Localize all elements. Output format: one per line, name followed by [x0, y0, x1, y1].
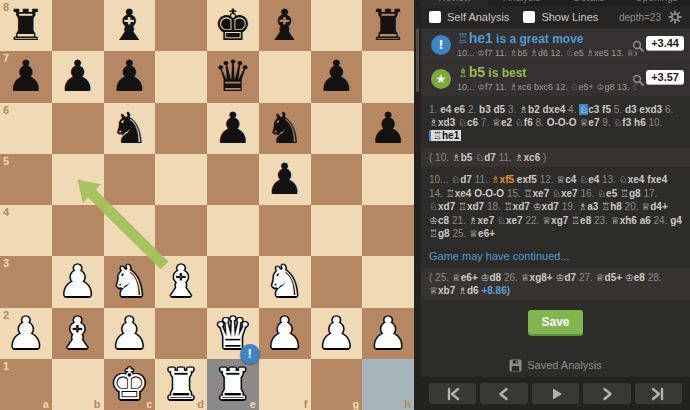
move-token[interactable]: ♕xb7	[429, 285, 455, 296]
square-d2[interactable]	[155, 308, 207, 359]
rank-label-5: 5	[3, 155, 9, 167]
tab-bar: Review Analysis Details Openings	[421, 0, 690, 6]
exclamation-icon: !	[431, 35, 451, 55]
move-token[interactable]: ♘e5	[597, 188, 617, 199]
square-g8[interactable]	[311, 0, 363, 51]
square-e7[interactable]: ♛	[207, 51, 259, 102]
square-g1[interactable]: g	[311, 359, 363, 410]
square-h2[interactable]: ♟	[362, 308, 414, 359]
move-token: 20.	[625, 201, 639, 212]
square-b1[interactable]: b	[52, 359, 104, 410]
square-a4[interactable]: 4	[0, 205, 52, 256]
file-label-a: a	[43, 398, 49, 410]
move-token[interactable]: g4	[670, 215, 682, 226]
square-h1[interactable]: h	[362, 359, 414, 410]
move-token: 23.	[594, 215, 608, 226]
move-token[interactable]: c3	[588, 104, 599, 115]
move-token: 12.	[540, 174, 554, 185]
move-token[interactable]: ♖xd7	[504, 201, 530, 212]
move-token[interactable]: ♖xe7	[524, 188, 550, 199]
square-f7[interactable]	[259, 51, 311, 102]
file-label-d: d	[197, 398, 204, 410]
square-a5[interactable]: 5	[0, 154, 52, 205]
move-token: 21.	[452, 215, 466, 226]
depth-indicator: depth=23	[619, 12, 661, 23]
tab-details[interactable]: Details	[556, 0, 623, 6]
move-token[interactable]: ♕d5+	[596, 272, 622, 283]
black-rook[interactable]: ♜	[362, 0, 414, 51]
black-knight[interactable]: ♞	[104, 103, 156, 154]
move-token[interactable]: ♘xd7	[429, 201, 455, 212]
white-pawn[interactable]: ♟	[104, 308, 156, 359]
square-e5[interactable]	[207, 154, 259, 205]
move-token[interactable]: ♘xe7	[497, 215, 523, 226]
square-h3[interactable]	[362, 256, 414, 307]
rank-label-4: 4	[3, 206, 9, 218]
square-f8[interactable]: ♝	[259, 0, 311, 51]
move-token[interactable]: ♔d8	[481, 272, 502, 283]
magnifier-icon[interactable]	[632, 40, 644, 52]
rank-label-8: 8	[3, 1, 9, 13]
play-button[interactable]	[532, 383, 579, 404]
move-token: 5.	[614, 104, 622, 115]
move-token: 24.	[654, 215, 668, 226]
square-a3[interactable]: 3	[0, 256, 52, 307]
move-token[interactable]: ♗xe7	[469, 215, 495, 226]
black-pawn[interactable]: ♟	[362, 103, 414, 154]
saved-analysis: Saved Analysis	[421, 359, 690, 372]
move-token: 28.	[648, 272, 662, 283]
move-token[interactable]: ♖g8	[620, 188, 641, 199]
square-g3[interactable]	[311, 256, 363, 307]
file-label-c: c	[146, 398, 152, 410]
rank-label-6: 6	[3, 104, 9, 116]
move-token[interactable]: h6	[634, 117, 646, 128]
first-move-button[interactable]	[429, 383, 476, 404]
square-f1[interactable]: f	[259, 359, 311, 410]
move-token[interactable]: exd3	[639, 104, 662, 115]
rank-label-3: 3	[3, 257, 9, 269]
square-b8[interactable]	[52, 0, 104, 51]
square-h6[interactable]: ♟	[362, 103, 414, 154]
square-b2[interactable]: ♝	[52, 308, 104, 359]
move-token[interactable]: ♘f3	[613, 117, 631, 128]
square-d1[interactable]: d♜	[155, 359, 207, 410]
move-token[interactable]: ♘xe7	[552, 188, 578, 199]
move-token: 17.	[643, 188, 657, 199]
square-a6[interactable]: 6	[0, 103, 52, 154]
black-king[interactable]: ♚	[207, 0, 259, 51]
move-token: 9.	[602, 117, 610, 128]
rank-label-1: 1	[3, 360, 9, 372]
move-token[interactable]: ♔e8	[625, 272, 645, 283]
move-token: 7.	[481, 117, 489, 128]
move-token[interactable]: ♗xf5	[491, 174, 514, 185]
square-c7[interactable]: ♟	[104, 51, 156, 102]
move-token: 26.	[504, 272, 518, 283]
move-token[interactable]: ♔d7	[555, 272, 576, 283]
square-e3[interactable]	[207, 256, 259, 307]
move-token[interactable]: e6	[454, 104, 465, 115]
white-knight[interactable]: ♞	[259, 256, 311, 307]
move-token: 8.	[536, 117, 544, 128]
move-token[interactable]: ♖h8	[601, 201, 622, 212]
move-token: 19.	[562, 201, 576, 212]
continuation-paren-line: ( 25. ♕e6+ ♔d8 26. ♕xg8+ ♔d7 27. ♕d5+ ♔e…	[421, 268, 690, 300]
move-token[interactable]: ♕c4	[556, 174, 576, 185]
game-continued-link[interactable]: Game may have continued...	[421, 243, 690, 266]
variation-paren-line: ( 10. ♗b5 ♘d7 11. ♗xc6 )	[421, 148, 690, 167]
move-list: 1. e4 e6 2. b3 d5 3. ♗b2 dxe4 4. ♘c3 f5 …	[421, 96, 690, 146]
move-token[interactable]: ♘f6	[515, 117, 533, 128]
move-token: 10.	[649, 117, 663, 128]
square-d7[interactable]	[155, 51, 207, 102]
move-token: 3.	[508, 104, 516, 115]
black-pawn[interactable]: ♟	[311, 51, 363, 102]
move-token[interactable]: d5	[494, 104, 506, 115]
move-token[interactable]: ♖he1	[429, 130, 461, 141]
move-token: 11.	[499, 152, 512, 163]
next-move-button[interactable]	[583, 383, 630, 404]
file-label-b: b	[94, 398, 101, 410]
square-c8[interactable]: ♝	[104, 0, 156, 51]
move-token[interactable]: b3	[479, 104, 491, 115]
square-a7[interactable]: 7♟	[0, 51, 52, 102]
move-token[interactable]: O-O-O	[547, 117, 577, 128]
move-token[interactable]: ♗b2	[519, 104, 540, 115]
scrollbar-thumb[interactable]	[416, 28, 419, 92]
move-token[interactable]: ♖xd7	[458, 201, 484, 212]
square-g4[interactable]	[311, 205, 363, 256]
move-token[interactable]: ♗a3	[578, 201, 598, 212]
move-token: ( 25.	[429, 272, 449, 283]
file-label-g: g	[353, 398, 360, 410]
move-token: 16.	[580, 188, 594, 199]
move-token[interactable]: ♖g8	[429, 228, 450, 239]
move-token: 27.	[579, 272, 593, 283]
square-d6[interactable]	[155, 103, 207, 154]
analysis-panel: Review Analysis Details Openings Self An…	[421, 0, 690, 410]
square-g6[interactable]	[311, 103, 363, 154]
move-token[interactable]: ♕xg8+	[521, 272, 553, 283]
black-bishop[interactable]: ♝	[259, 0, 311, 51]
eval-badge: +3.44	[646, 36, 684, 51]
square-a2[interactable]: 2♟	[0, 308, 52, 359]
tab-analysis[interactable]: Analysis	[488, 0, 555, 6]
move-token: 2.	[468, 104, 476, 115]
move-token[interactable]: ♕e2	[492, 117, 512, 128]
move-token: 1.	[429, 104, 437, 115]
square-f5[interactable]: ♟	[259, 154, 311, 205]
move-token[interactable]: ♘	[579, 104, 588, 115]
file-label-f: f	[304, 398, 308, 410]
black-bishop[interactable]: ♝	[104, 0, 156, 51]
engine-pv-line: 10... ♔f7 11. ♗xc6 bxc6 12. ♘e5+ ♔g8 13.…	[457, 82, 637, 92]
rank-label-7: 7	[3, 52, 9, 64]
square-h4[interactable]	[362, 205, 414, 256]
move-token[interactable]: ♘e4	[579, 174, 599, 185]
square-d4[interactable]	[155, 205, 207, 256]
move-token[interactable]: ♕e7	[579, 117, 599, 128]
square-h7[interactable]	[362, 51, 414, 102]
move-token: 14.	[429, 188, 443, 199]
black-knight[interactable]: ♞	[259, 103, 311, 154]
move-token[interactable]: ♗b5	[452, 152, 473, 163]
save-button[interactable]: Save	[528, 310, 582, 334]
square-g2[interactable]: ♟	[311, 308, 363, 359]
show-lines-label: Show Lines	[541, 11, 598, 23]
square-a8[interactable]: 8♜	[0, 0, 52, 51]
move-token[interactable]: d3	[625, 104, 637, 115]
square-a1[interactable]: 1a	[0, 359, 52, 410]
white-bishop[interactable]: ♝	[52, 308, 104, 359]
rank-label-2: 2	[3, 309, 9, 321]
move-token[interactable]: fxe4	[647, 174, 667, 185]
scrollbar-gutter	[414, 0, 421, 410]
move-token[interactable]: ♕e6+	[452, 272, 478, 283]
move-token[interactable]: ♕xh6	[611, 215, 637, 226]
move-token[interactable]: ♔xd7	[533, 201, 559, 212]
engine-line-great-move[interactable]: ! ♖he1 is a great move 10... ♔f7 11. ♗b5…	[421, 29, 690, 62]
move-token[interactable]: ♕xg7	[542, 215, 568, 226]
square-g5[interactable]	[311, 154, 363, 205]
magnifier-icon[interactable]	[632, 74, 644, 86]
engine-line-best-move[interactable]: ★ ♗b5 is best 10... ♔f7 11. ♗xc6 bxc6 12…	[421, 63, 690, 96]
analysis-controls: Self Analysis Show Lines depth=23	[421, 6, 690, 28]
square-e8[interactable]: ♚	[207, 0, 259, 51]
move-token: 18.	[487, 201, 501, 212]
square-b5[interactable]	[52, 154, 104, 205]
move-token[interactable]: f5	[602, 104, 611, 115]
move-token[interactable]: ♗xd3	[429, 117, 455, 128]
move-token: )	[543, 152, 546, 163]
move-token[interactable]: O-O-O	[474, 188, 504, 199]
chess-board: 8♜♝♚♝♜7♟♟♟♛♟6♞♟♞♟5♟43♟♞♝♞2♟♝♟♛♟♟♟1abc♚d♜…	[0, 0, 414, 410]
move-token[interactable]: exf5	[517, 174, 537, 185]
square-c5[interactable]	[104, 154, 156, 205]
black-pawn[interactable]: ♟	[52, 51, 104, 102]
square-b6[interactable]	[52, 103, 104, 154]
white-bishop[interactable]: ♝	[155, 256, 207, 307]
move-token: 6.	[665, 104, 673, 115]
file-label-h: h	[404, 398, 411, 410]
tab-review[interactable]: Review	[421, 0, 488, 6]
square-e4[interactable]	[207, 205, 259, 256]
square-b4[interactable]	[52, 205, 104, 256]
square-f2[interactable]: ♟	[259, 308, 311, 359]
square-c1[interactable]: c♚	[104, 359, 156, 410]
move-token: 11.	[475, 174, 488, 185]
square-d8[interactable]	[155, 0, 207, 51]
move-token[interactable]: ♕e6+	[469, 228, 495, 239]
square-d3[interactable]: ♝	[155, 256, 207, 307]
move-token[interactable]: a6	[640, 215, 651, 226]
move-token: 25.	[452, 228, 466, 239]
square-b3[interactable]: ♟	[52, 256, 104, 307]
move-token: 15.	[507, 188, 521, 199]
white-pawn[interactable]: ♟	[311, 308, 363, 359]
self-analysis-label: Self Analysis	[447, 11, 509, 23]
move-token[interactable]: ♕d4+	[641, 201, 667, 212]
file-label-e: e	[250, 398, 256, 410]
previous-move-button[interactable]	[480, 383, 527, 404]
move-token[interactable]: ♗xc6	[515, 152, 541, 163]
black-pawn[interactable]: ♟	[104, 51, 156, 102]
move-token[interactable]: ♘d7	[451, 174, 472, 185]
square-h8[interactable]: ♜	[362, 0, 414, 51]
engine-pv-line: 10... ♔f7 11. ♗b5 ♗d6 12. ♘e5 ♗xe5 13. ♕…	[457, 48, 637, 58]
black-pawn[interactable]: ♟	[207, 103, 259, 154]
white-knight[interactable]: ♞	[104, 256, 156, 307]
self-analysis-checkbox[interactable]	[429, 11, 441, 23]
square-f4[interactable]	[259, 205, 311, 256]
move-token[interactable]: dxe4	[543, 104, 566, 115]
black-pawn[interactable]: ♟	[259, 154, 311, 205]
move-token[interactable]: ♗d6	[458, 285, 479, 296]
engine-variation: 10... ♘d7 11. ♗xf5 exf5 12. ♕c4 ♘e4 13. …	[421, 167, 690, 243]
move-token[interactable]: ♘xe4	[619, 174, 645, 185]
bishop-figurine-icon: ♗	[457, 65, 469, 80]
square-c6[interactable]: ♞	[104, 103, 156, 154]
gear-icon[interactable]	[668, 10, 682, 24]
white-pawn[interactable]: ♟	[362, 308, 414, 359]
square-c2[interactable]: ♟	[104, 308, 156, 359]
show-lines-checkbox[interactable]	[523, 11, 535, 23]
move-token[interactable]: +8.86)	[481, 285, 510, 296]
move-token[interactable]: e4	[440, 104, 451, 115]
move-token[interactable]: ♖e8	[571, 215, 591, 226]
chess-board-area: 8♜♝♚♝♜7♟♟♟♛♟6♞♟♞♟5♟43♟♞♝♞2♟♝♟♛♟♟♟1abc♚d♜…	[0, 0, 414, 410]
eval-badge: +3.57	[646, 70, 684, 85]
floppy-disk-icon	[509, 359, 522, 372]
great-move-badge: !	[240, 344, 260, 364]
square-e6[interactable]: ♟	[207, 103, 259, 154]
move-token[interactable]: ♘d7	[475, 152, 496, 163]
white-pawn[interactable]: ♟	[259, 308, 311, 359]
move-token[interactable]: ♘c6	[458, 117, 478, 128]
move-navigation-bar	[421, 377, 690, 410]
square-f6[interactable]: ♞	[259, 103, 311, 154]
last-move-button[interactable]	[635, 383, 682, 404]
star-icon: ★	[431, 69, 451, 89]
move-token: 22.	[525, 215, 539, 226]
move-token: 10...	[429, 174, 448, 185]
square-f3[interactable]: ♞	[259, 256, 311, 307]
move-token[interactable]: ♖xe4	[446, 188, 472, 199]
white-pawn[interactable]: ♟	[52, 256, 104, 307]
square-h5[interactable]	[362, 154, 414, 205]
move-token: 13.	[602, 174, 616, 185]
rook-figurine-icon: ♖	[457, 31, 469, 46]
square-e1[interactable]: e♜	[207, 359, 259, 410]
move-token: ( 10.	[429, 152, 449, 163]
square-g7[interactable]: ♟	[311, 51, 363, 102]
square-c3[interactable]: ♞	[104, 256, 156, 307]
square-d5[interactable]	[155, 154, 207, 205]
move-token: 4.	[568, 104, 576, 115]
square-b7[interactable]: ♟	[52, 51, 104, 102]
tab-openings[interactable]: Openings	[623, 0, 690, 6]
square-c4[interactable]	[104, 205, 156, 256]
saved-analysis-label: Saved Analysis	[527, 359, 602, 371]
black-queen[interactable]: ♛	[207, 51, 259, 102]
move-token[interactable]: ♔c8	[429, 215, 449, 226]
